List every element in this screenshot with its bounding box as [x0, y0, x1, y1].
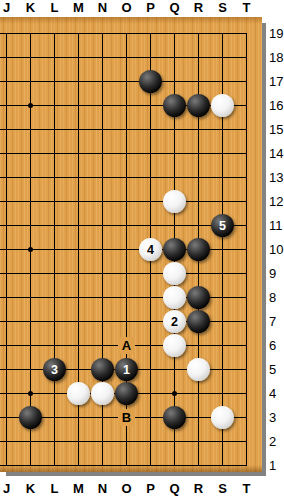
star-point-K16 [28, 103, 33, 108]
row-label-10: 10 [269, 242, 284, 258]
stone-R10-black [187, 238, 210, 261]
stone-S3-white [211, 406, 234, 429]
col-label-top-N: N [94, 0, 112, 15]
stone-O5-black-move1: 1 [115, 358, 138, 381]
col-label-bottom-L: L [46, 481, 64, 496]
board-bottom-edge [0, 465, 262, 472]
stone-Q3-black [163, 406, 186, 429]
row-label-16: 16 [269, 98, 284, 114]
grid-line-row-13 [0, 177, 247, 178]
stone-R5-white [187, 358, 210, 381]
stone-Q9-white [163, 262, 186, 285]
stone-K3-black [19, 406, 42, 429]
stone-S16-white [211, 94, 234, 117]
col-label-top-M: M [70, 0, 88, 15]
row-label-12: 12 [269, 194, 284, 210]
row-label-14: 14 [269, 146, 284, 162]
star-point-K10 [28, 247, 33, 252]
row-label-1: 1 [269, 458, 284, 474]
grid-line-row-18 [0, 57, 247, 58]
row-label-15: 15 [269, 122, 284, 138]
grid-line-row-2 [0, 441, 247, 442]
row-label-5: 5 [269, 362, 284, 378]
col-label-top-K: K [22, 0, 40, 15]
row-label-13: 13 [269, 170, 284, 186]
col-label-top-J: J [0, 0, 16, 15]
grid-line-row-14 [0, 153, 247, 154]
row-label-11: 11 [269, 218, 284, 234]
col-label-bottom-O: O [118, 481, 136, 496]
stone-Q7-white-move2: 2 [163, 310, 186, 333]
col-label-bottom-T: T [238, 481, 256, 496]
stone-R16-black [187, 94, 210, 117]
stone-P10-white-move4: 4 [139, 238, 162, 261]
row-label-6: 6 [269, 338, 284, 354]
row-label-17: 17 [269, 74, 284, 90]
col-label-top-S: S [214, 0, 232, 15]
stone-M4-white [67, 382, 90, 405]
stone-O4-black [115, 382, 138, 405]
col-label-bottom-N: N [94, 481, 112, 496]
col-label-bottom-Q: Q [166, 481, 184, 496]
col-label-top-Q: Q [166, 0, 184, 15]
col-label-bottom-P: P [142, 481, 160, 496]
col-label-top-R: R [190, 0, 208, 15]
grid-line-row-11 [0, 225, 247, 226]
stone-L5-black-move3: 3 [43, 358, 66, 381]
grid-line-row-9 [0, 273, 247, 274]
star-point-Q4 [172, 391, 177, 396]
col-label-top-L: L [46, 0, 64, 15]
marker-B-O3: B [118, 409, 135, 426]
stone-Q16-black [163, 94, 186, 117]
stone-P17-black [139, 70, 162, 93]
stone-Q10-black [163, 238, 186, 261]
col-label-bottom-K: K [22, 481, 40, 496]
grid-line-row-17 [0, 81, 247, 82]
col-label-bottom-R: R [190, 481, 208, 496]
col-label-bottom-J: J [0, 481, 16, 496]
grid-line-row-15 [0, 129, 247, 130]
stone-S11-black-move5: 5 [211, 214, 234, 237]
stone-R7-black [187, 310, 210, 333]
grid-line-row-1 [0, 465, 247, 466]
stone-Q6-white [163, 334, 186, 357]
grid-line-row-19 [0, 33, 247, 34]
stone-Q12-white [163, 190, 186, 213]
row-label-19: 19 [269, 26, 284, 42]
row-label-3: 3 [269, 410, 284, 426]
row-label-8: 8 [269, 290, 284, 306]
row-label-7: 7 [269, 314, 284, 330]
row-label-2: 2 [269, 434, 284, 450]
marker-A-O6: A [118, 337, 135, 354]
stone-R8-black [187, 286, 210, 309]
go-board-diagram: JJKKLLMMNNOOPPQQRRSSTT191817161514131211… [0, 0, 284, 500]
row-label-18: 18 [269, 50, 284, 66]
stone-N4-white [91, 382, 114, 405]
star-point-K4 [28, 391, 33, 396]
row-label-9: 9 [269, 266, 284, 282]
stone-N5-black [91, 358, 114, 381]
col-label-top-T: T [238, 0, 256, 15]
col-label-top-O: O [118, 0, 136, 15]
col-label-bottom-S: S [214, 481, 232, 496]
col-label-bottom-M: M [70, 481, 88, 496]
col-label-top-P: P [142, 0, 160, 15]
board-top-edge [0, 17, 262, 24]
grid-line-row-12 [0, 201, 247, 202]
row-label-4: 4 [269, 386, 284, 402]
stone-Q8-white [163, 286, 186, 309]
